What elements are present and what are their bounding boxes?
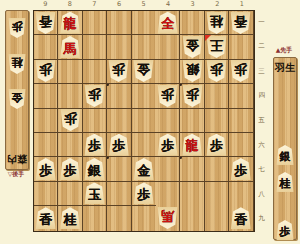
board-cell-8四[interactable] <box>58 84 82 108</box>
gote-piece[interactable]: 歩 <box>84 85 105 107</box>
board-cell-4二[interactable] <box>156 35 180 59</box>
sente-hand-pieces: 銀桂歩 <box>274 58 296 240</box>
rank-label: 六 <box>255 133 268 158</box>
last-move-marker <box>205 35 211 41</box>
board-cell-2二[interactable]: 王 <box>205 35 229 59</box>
board-cell-8八[interactable] <box>58 182 82 206</box>
rank-label: 七 <box>255 157 268 182</box>
board-cell-5一[interactable] <box>132 11 156 35</box>
sente-piece[interactable]: 龍 <box>182 134 203 156</box>
board-cell-6一[interactable] <box>107 11 131 35</box>
board-cell-4八[interactable] <box>156 182 180 206</box>
file-label: 7 <box>82 0 107 9</box>
board-cell-5八[interactable]: 歩 <box>132 182 156 206</box>
board-cell-9九[interactable]: 香 <box>34 206 58 230</box>
file-label: 5 <box>131 0 156 9</box>
gote-captured-stand: 歩桂金 森内 <box>5 10 29 170</box>
board-cell-7四[interactable]: 歩 <box>83 84 107 108</box>
gote-piece[interactable]: 歩 <box>230 60 251 82</box>
board-cell-2八[interactable] <box>205 182 229 206</box>
sente-piece[interactable]: 歩 <box>60 158 81 180</box>
board-cell-5二[interactable] <box>132 35 156 59</box>
sente-player-name: 羽生 <box>274 61 296 75</box>
file-label: 2 <box>205 0 230 9</box>
board-cell-5三[interactable]: 金 <box>132 60 156 84</box>
sente-piece[interactable]: 銀 <box>84 158 105 180</box>
gote-piece[interactable]: 歩 <box>206 60 227 82</box>
board-cell-2九[interactable] <box>205 206 229 230</box>
file-labels: 987654321 <box>33 0 254 9</box>
board-cell-3七[interactable] <box>180 157 204 181</box>
gote-piece[interactable]: 馬 <box>157 207 178 229</box>
file-label: 9 <box>33 0 58 9</box>
file-label: 6 <box>107 0 132 9</box>
board-cell-6三[interactable]: 歩 <box>107 60 131 84</box>
board-cell-7二[interactable] <box>83 35 107 59</box>
file-label: 4 <box>156 0 181 9</box>
gote-piece[interactable]: 桂 <box>206 12 227 34</box>
board-cell-3三[interactable]: 銀 <box>180 60 204 84</box>
sente-piece[interactable]: 歩 <box>157 134 178 156</box>
sente-hand-piece[interactable]: 銀 <box>276 145 294 165</box>
board-cell-2一[interactable]: 桂 <box>205 11 229 35</box>
board-cell-9八[interactable] <box>34 182 58 206</box>
rank-labels: 一二三四五六七八九 <box>255 10 268 231</box>
board-cell-8一[interactable]: 龍 <box>58 11 82 35</box>
gote-hand-piece[interactable]: 金 <box>8 89 26 109</box>
sente-piece[interactable]: 歩 <box>35 158 56 180</box>
board-cell-8三[interactable] <box>58 60 82 84</box>
board-cell-2三[interactable]: 歩 <box>205 60 229 84</box>
gote-piece[interactable]: 歩 <box>35 60 56 82</box>
board-cell-1七[interactable]: 歩 <box>229 157 253 181</box>
board-cell-1五[interactable] <box>229 109 253 133</box>
sente-piece[interactable]: 歩 <box>108 134 129 156</box>
board-cell-9一[interactable]: 香 <box>34 11 58 35</box>
board-cell-3九[interactable] <box>180 206 204 230</box>
sente-piece[interactable]: 馬 <box>60 36 81 58</box>
board-cell-3一[interactable] <box>180 11 204 35</box>
board-cell-3五[interactable] <box>180 109 204 133</box>
rank-label: 九 <box>255 207 268 232</box>
gote-piece[interactable]: 歩 <box>182 85 203 107</box>
board-cell-6八[interactable] <box>107 182 131 206</box>
board-cell-1四[interactable] <box>229 84 253 108</box>
board-cell-1二[interactable] <box>229 35 253 59</box>
board-cell-5六[interactable] <box>132 133 156 157</box>
sente-piece[interactable]: 玉 <box>84 182 105 204</box>
board-cell-1一[interactable]: 香 <box>229 11 253 35</box>
board-cell-2七[interactable] <box>205 157 229 181</box>
gote-piece[interactable]: 歩 <box>108 60 129 82</box>
file-label: 3 <box>180 0 205 9</box>
gote-label: ▽後手 <box>2 170 30 179</box>
board-cell-2五[interactable] <box>205 109 229 133</box>
board-cell-7三[interactable] <box>83 60 107 84</box>
rank-label: 四 <box>255 84 268 109</box>
board-cell-3六[interactable]: 龍 <box>180 133 204 157</box>
board-cell-7七[interactable]: 銀 <box>83 157 107 181</box>
gote-player-name: 森内 <box>6 152 28 166</box>
board-cell-5九[interactable] <box>132 206 156 230</box>
board-cell-4六[interactable]: 歩 <box>156 133 180 157</box>
board-cell-4五[interactable] <box>156 109 180 133</box>
gote-piece[interactable]: 歩 <box>60 109 81 131</box>
board-cell-8五[interactable]: 歩 <box>58 109 82 133</box>
board-cell-8六[interactable] <box>58 133 82 157</box>
rank-label: 一 <box>255 10 268 35</box>
board-cell-3二[interactable]: 金 <box>180 35 204 59</box>
board-cell-7八[interactable]: 玉 <box>83 182 107 206</box>
board-cell-7一[interactable] <box>83 11 107 35</box>
gote-piece[interactable]: 香 <box>35 12 56 34</box>
board-cell-3四[interactable]: 歩 <box>180 84 204 108</box>
board-cell-6五[interactable] <box>107 109 131 133</box>
board-cell-5四[interactable] <box>132 84 156 108</box>
board-cell-9四[interactable] <box>34 84 58 108</box>
shogi-diagram: 987654321 一二三四五六七八九 香龍全桂香馬金王歩歩金銀歩歩歩歩歩歩歩歩… <box>0 0 300 244</box>
sente-hand-piece[interactable]: 歩 <box>276 220 294 240</box>
sente-piece[interactable]: 歩 <box>84 134 105 156</box>
sente-piece[interactable]: 桂 <box>60 207 81 229</box>
board-cell-1九[interactable]: 香 <box>229 206 253 230</box>
sente-piece[interactable]: 歩 <box>206 134 227 156</box>
board-cell-1三[interactable]: 歩 <box>229 60 253 84</box>
board-cell-8七[interactable]: 歩 <box>58 157 82 181</box>
sente-piece[interactable]: 金 <box>133 158 154 180</box>
sente-piece[interactable]: 歩 <box>133 182 154 204</box>
board-cell-4三[interactable] <box>156 60 180 84</box>
rank-label: 五 <box>255 108 268 133</box>
rank-label: 二 <box>255 35 268 60</box>
board-cell-9六[interactable] <box>34 133 58 157</box>
gote-piece[interactable]: 香 <box>230 12 251 34</box>
gote-hand-piece[interactable]: 歩 <box>8 18 26 38</box>
board-cell-2六[interactable]: 歩 <box>205 133 229 157</box>
board-cell-7六[interactable]: 歩 <box>83 133 107 157</box>
board-cell-1六[interactable] <box>229 133 253 157</box>
gote-hand-piece[interactable]: 桂 <box>8 54 26 74</box>
board-cell-6九[interactable] <box>107 206 131 230</box>
board-cell-8九[interactable]: 桂 <box>58 206 82 230</box>
board-cell-7五[interactable] <box>83 109 107 133</box>
board-cell-8二[interactable]: 馬 <box>58 35 82 59</box>
gote-piece[interactable]: 歩 <box>157 85 178 107</box>
board-cell-9二[interactable] <box>34 35 58 59</box>
board-cell-1八[interactable] <box>229 182 253 206</box>
board-cell-9五[interactable] <box>34 109 58 133</box>
board-cell-9七[interactable]: 歩 <box>34 157 58 181</box>
sente-piece[interactable]: 香 <box>35 207 56 229</box>
board-cell-6二[interactable] <box>107 35 131 59</box>
gote-piece[interactable]: 金 <box>182 36 203 58</box>
board-cell-7九[interactable] <box>83 206 107 230</box>
board-cell-6四[interactable] <box>107 84 131 108</box>
sente-captured-stand: 羽生 銀桂歩 <box>273 57 297 240</box>
sente-piece[interactable]: 香 <box>230 207 251 229</box>
rank-label: 八 <box>255 182 268 207</box>
board-cell-5五[interactable] <box>132 109 156 133</box>
gote-piece[interactable]: 銀 <box>182 60 203 82</box>
file-label: 8 <box>58 0 83 9</box>
gote-hand-pieces: 歩桂金 <box>6 11 28 109</box>
board-cell-9三[interactable]: 歩 <box>34 60 58 84</box>
board-cell-4九[interactable]: 馬 <box>156 206 180 230</box>
shogi-board: 香龍全桂香馬金王歩歩金銀歩歩歩歩歩歩歩歩歩龍歩歩歩銀金歩玉歩香桂馬香 <box>33 10 255 232</box>
board-cell-4四[interactable]: 歩 <box>156 84 180 108</box>
sente-piece[interactable]: 全 <box>157 12 178 34</box>
board-cell-4一[interactable]: 全 <box>156 11 180 35</box>
gote-piece[interactable]: 金 <box>133 60 154 82</box>
sente-piece[interactable]: 龍 <box>60 12 81 34</box>
board-cell-6七[interactable] <box>107 157 131 181</box>
board-cell-2四[interactable] <box>205 84 229 108</box>
board-cell-3八[interactable] <box>180 182 204 206</box>
board-cell-5七[interactable]: 金 <box>132 157 156 181</box>
sente-piece[interactable]: 歩 <box>230 158 251 180</box>
rank-label: 三 <box>255 59 268 84</box>
sente-hand-piece[interactable]: 桂 <box>276 172 294 192</box>
sente-label: ▲先手 <box>270 46 298 55</box>
board-cell-4七[interactable] <box>156 157 180 181</box>
file-label: 1 <box>230 0 255 9</box>
board-cell-6六[interactable]: 歩 <box>107 133 131 157</box>
